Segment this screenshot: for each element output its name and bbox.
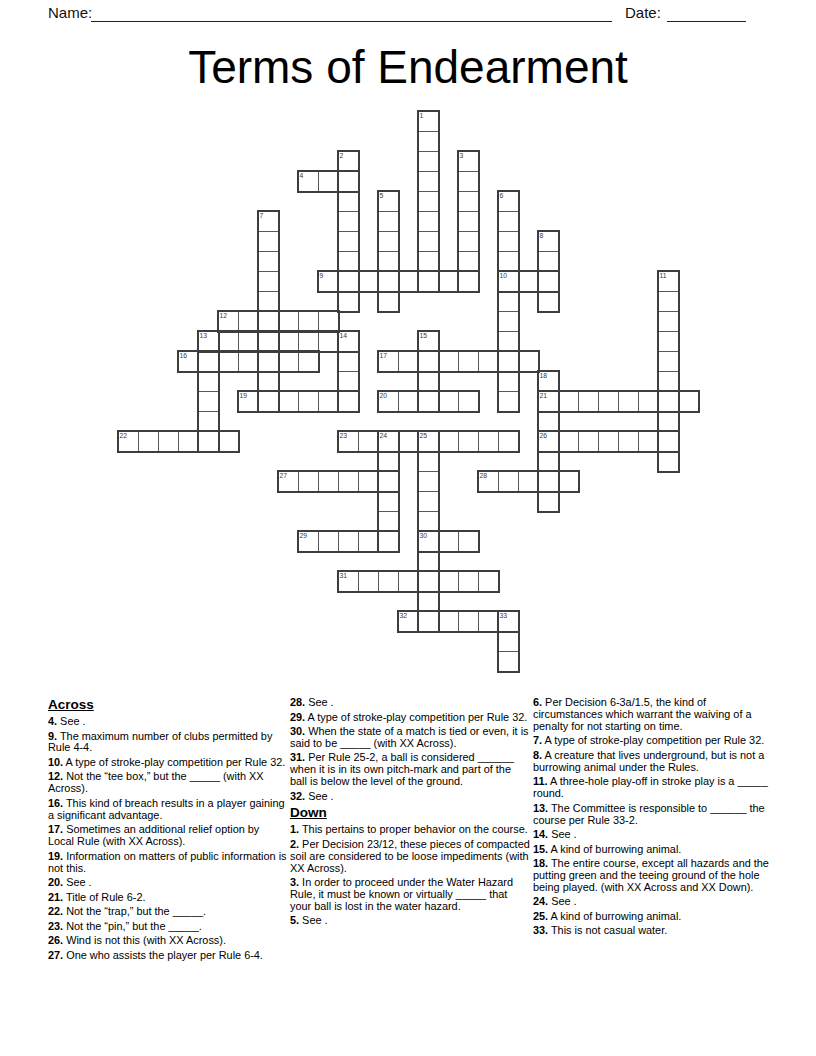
grid-cell-r3c11[interactable] bbox=[338, 171, 359, 192]
puzzle-title: Terms of Endearment bbox=[0, 40, 816, 94]
grid-cell-r18c20[interactable] bbox=[518, 471, 539, 492]
grid-cell-r13c27[interactable] bbox=[658, 371, 679, 392]
grid-cell-r23c17[interactable] bbox=[458, 571, 479, 592]
cell-number-19: 19 bbox=[240, 392, 248, 399]
grid-cell-r16c12[interactable] bbox=[358, 431, 379, 452]
grid-cell-r14c11[interactable] bbox=[338, 391, 359, 412]
grid-cell-r6c17[interactable] bbox=[458, 231, 479, 252]
grid-cell-r18c11[interactable] bbox=[338, 471, 359, 492]
cell-number-29: 29 bbox=[300, 532, 308, 539]
across-header: Across bbox=[48, 697, 288, 712]
grid-cell-r8c16[interactable] bbox=[438, 271, 459, 292]
clue-across-26: 26. Wind is not this (with XX Across). bbox=[48, 935, 288, 947]
grid-cell-r13c7[interactable] bbox=[258, 371, 279, 392]
grid-cell-r8c11[interactable] bbox=[338, 271, 359, 292]
grid-cell-r14c8[interactable] bbox=[278, 391, 299, 412]
clue-across-21: 21. Title of Rule 6-2. bbox=[48, 892, 288, 904]
grid-cell-r3c15[interactable] bbox=[418, 171, 439, 192]
cell-number-33: 33 bbox=[500, 612, 508, 619]
grid-cell-r16c16[interactable] bbox=[438, 431, 459, 452]
grid-cell-r11c19[interactable] bbox=[498, 331, 519, 352]
cell-number-15: 15 bbox=[420, 332, 428, 339]
grid-cell-r18c19[interactable] bbox=[498, 471, 519, 492]
clue-across-31: 31. Per Rule 25-2, a ball is considered … bbox=[290, 752, 530, 788]
clue-number: 6. bbox=[533, 696, 542, 708]
grid-cell-r12c16[interactable] bbox=[438, 351, 459, 372]
clue-across-29: 29. A type of stroke-play competition pe… bbox=[290, 712, 530, 724]
clue-across-9: 9. The maximum number of clubs permitted… bbox=[48, 731, 288, 755]
clue-across-4: 4. See . bbox=[48, 716, 288, 728]
grid-cell-r11c6[interactable] bbox=[238, 331, 259, 352]
grid-cell-r13c4[interactable] bbox=[198, 371, 219, 392]
grid-cell-r16c17[interactable] bbox=[458, 431, 479, 452]
grid-cell-r7c7[interactable] bbox=[258, 251, 279, 272]
clue-number: 25. bbox=[533, 910, 548, 922]
cell-number-9: 9 bbox=[320, 272, 324, 279]
cell-number-2: 2 bbox=[340, 152, 344, 159]
grid-cell-r18c12[interactable] bbox=[358, 471, 379, 492]
grid-cell-r15c27[interactable] bbox=[658, 411, 679, 432]
clue-number: 30. bbox=[290, 725, 305, 737]
clue-number: 33. bbox=[533, 924, 548, 936]
grid-cell-r16c1[interactable] bbox=[138, 431, 159, 452]
clues-column-left: Across4. See .9. The maximum number of c… bbox=[48, 697, 288, 964]
grid-cell-r7c11[interactable] bbox=[338, 251, 359, 272]
grid-cell-r14c28[interactable] bbox=[678, 391, 699, 412]
clue-number: 3. bbox=[290, 876, 299, 888]
crossword-grid: 1234567891011121314151617181920212223242… bbox=[118, 111, 701, 674]
cell-number-7: 7 bbox=[260, 212, 264, 219]
grid-cell-r27c19[interactable] bbox=[498, 651, 519, 672]
name-label: Name: bbox=[48, 4, 92, 21]
clue-number: 21. bbox=[48, 891, 63, 903]
cell-number-20: 20 bbox=[380, 392, 388, 399]
grid-cell-r14c27[interactable] bbox=[658, 391, 679, 412]
clue-down-24: 24. See . bbox=[533, 896, 773, 908]
grid-cell-r16c5[interactable] bbox=[218, 431, 239, 452]
clue-down-13: 13. The Committee is responsible to ____… bbox=[533, 803, 773, 827]
grid-cell-r12c17[interactable] bbox=[458, 351, 479, 372]
clue-down-18: 18. The entire course, except all hazard… bbox=[533, 858, 773, 894]
grid-cell-r18c21[interactable] bbox=[538, 471, 559, 492]
clues-column-middle: 28. See .29. A type of stroke-play compe… bbox=[290, 697, 530, 930]
clue-number: 17. bbox=[48, 823, 63, 835]
grid-cell-r18c22[interactable] bbox=[558, 471, 579, 492]
grid-cell-r14c15[interactable] bbox=[418, 391, 439, 412]
grid-cell-r12c11[interactable] bbox=[338, 351, 359, 372]
grid-cell-r20c15[interactable] bbox=[418, 511, 439, 532]
grid-cell-r19c15[interactable] bbox=[418, 491, 439, 512]
clue-across-10: 10. A type of stroke-play competition pe… bbox=[48, 757, 288, 769]
cell-number-6: 6 bbox=[500, 192, 504, 199]
cell-number-14: 14 bbox=[340, 332, 348, 339]
grid-cell-r3c10[interactable] bbox=[318, 171, 339, 192]
grid-cell-r18c9[interactable] bbox=[298, 471, 319, 492]
grid-cell-r10c19[interactable] bbox=[498, 311, 519, 332]
clue-down-25: 25. A kind of burrowing animal. bbox=[533, 911, 773, 923]
clue-number: 13. bbox=[533, 802, 548, 814]
grid-cell-r10c9[interactable] bbox=[298, 311, 319, 332]
grid-cell-r11c10[interactable] bbox=[318, 331, 339, 352]
grid-cell-r17c27[interactable] bbox=[658, 451, 679, 472]
grid-cell-r19c13[interactable] bbox=[378, 491, 399, 512]
grid-cell-r22c15[interactable] bbox=[418, 551, 439, 572]
grid-cell-r18c15[interactable] bbox=[418, 471, 439, 492]
clue-number: 2. bbox=[290, 838, 299, 850]
grid-cell-r14c26[interactable] bbox=[638, 391, 659, 412]
grid-cell-r13c15[interactable] bbox=[418, 371, 439, 392]
grid-cell-r9c7[interactable] bbox=[258, 291, 279, 312]
grid-cell-r14c9[interactable] bbox=[298, 391, 319, 412]
grid-cell-r5c17[interactable] bbox=[458, 211, 479, 232]
cell-number-13: 13 bbox=[200, 332, 208, 339]
clue-down-33: 33. This is not casual water. bbox=[533, 925, 773, 937]
grid-cell-r17c21[interactable] bbox=[538, 451, 559, 472]
cell-number-10: 10 bbox=[500, 272, 508, 279]
grid-cell-r10c8[interactable] bbox=[278, 311, 299, 332]
grid-cell-r23c18[interactable] bbox=[478, 571, 499, 592]
grid-cell-r25c16[interactable] bbox=[438, 611, 459, 632]
clue-down-1: 1. This pertains to proper behavior on t… bbox=[290, 824, 530, 836]
grid-cell-r11c7[interactable] bbox=[258, 331, 279, 352]
cell-number-26: 26 bbox=[540, 432, 548, 439]
grid-cell-r16c19[interactable] bbox=[498, 431, 519, 452]
down-header: Down bbox=[290, 805, 530, 820]
date-label: Date: bbox=[625, 4, 661, 21]
clue-number: 12. bbox=[48, 770, 63, 782]
grid-cell-r7c17[interactable] bbox=[458, 251, 479, 272]
date-blank-line[interactable] bbox=[667, 3, 746, 22]
grid-cell-r14c14[interactable] bbox=[398, 391, 419, 412]
grid-cell-r14c25[interactable] bbox=[618, 391, 639, 412]
grid-cell-r11c9[interactable] bbox=[298, 331, 319, 352]
grid-cell-r9c13[interactable] bbox=[378, 291, 399, 312]
grid-cell-r10c27[interactable] bbox=[658, 311, 679, 332]
grid-cell-r11c8[interactable] bbox=[278, 331, 299, 352]
grid-cell-r16c27[interactable] bbox=[658, 431, 679, 452]
clue-down-14: 14. See . bbox=[533, 829, 773, 841]
grid-cell-r8c21[interactable] bbox=[538, 271, 559, 292]
grid-cell-r3c17[interactable] bbox=[458, 171, 479, 192]
clues-column-right: 6. Per Decision 6-3a/1.5, the kind of ci… bbox=[533, 697, 773, 940]
cell-number-22: 22 bbox=[120, 432, 128, 439]
grid-cell-r16c14[interactable] bbox=[398, 431, 419, 452]
grid-cell-r14c16[interactable] bbox=[438, 391, 459, 412]
grid-cell-r12c20[interactable] bbox=[518, 351, 539, 372]
grid-cell-r16c25[interactable] bbox=[618, 431, 639, 452]
grid-cell-r14c24[interactable] bbox=[598, 391, 619, 412]
grid-cell-r18c10[interactable] bbox=[318, 471, 339, 492]
cell-number-27: 27 bbox=[280, 472, 288, 479]
grid-cell-r6c19[interactable] bbox=[498, 231, 519, 252]
grid-cell-r7c21[interactable] bbox=[538, 251, 559, 272]
grid-cell-r4c15[interactable] bbox=[418, 191, 439, 212]
clue-across-22: 22. Not the “trap,” but the _____. bbox=[48, 906, 288, 918]
clue-across-30: 30. When the state of a match is tied or… bbox=[290, 726, 530, 750]
grid-cell-r26c19[interactable] bbox=[498, 631, 519, 652]
grid-cell-r23c12[interactable] bbox=[358, 571, 379, 592]
grid-cell-r13c19[interactable] bbox=[498, 371, 519, 392]
clue-number: 26. bbox=[48, 934, 63, 946]
grid-cell-r12c5[interactable] bbox=[218, 351, 239, 372]
clue-down-8: 8. A creature that lives underground, bu… bbox=[533, 750, 773, 774]
grid-cell-r21c13[interactable] bbox=[378, 531, 399, 552]
clue-down-3: 3. In order to proceed under the Water H… bbox=[290, 877, 530, 913]
cell-number-5: 5 bbox=[380, 192, 384, 199]
grid-cell-r14c19[interactable] bbox=[498, 391, 519, 412]
grid-cell-r11c27[interactable] bbox=[658, 331, 679, 352]
grid-cell-r18c13[interactable] bbox=[378, 471, 399, 492]
cell-number-32: 32 bbox=[400, 612, 408, 619]
grid-cell-r2c15[interactable] bbox=[418, 151, 439, 172]
clue-number: 20. bbox=[48, 876, 63, 888]
clue-number: 8. bbox=[533, 749, 542, 761]
grid-cell-r16c3[interactable] bbox=[178, 431, 199, 452]
name-blank-line[interactable] bbox=[91, 3, 612, 22]
clue-number: 32. bbox=[290, 790, 305, 802]
grid-cell-r9c11[interactable] bbox=[338, 291, 359, 312]
grid-cell-r14c10[interactable] bbox=[318, 391, 339, 412]
grid-cell-r7c19[interactable] bbox=[498, 251, 519, 272]
grid-cell-r5c13[interactable] bbox=[378, 211, 399, 232]
clue-number: 4. bbox=[48, 715, 57, 727]
grid-cell-r14c22[interactable] bbox=[558, 391, 579, 412]
cell-number-16: 16 bbox=[180, 352, 188, 359]
grid-cell-r8c13[interactable] bbox=[378, 271, 399, 292]
grid-cell-r10c6[interactable] bbox=[238, 311, 259, 332]
clue-number: 5. bbox=[290, 914, 299, 926]
cell-number-24: 24 bbox=[380, 432, 388, 439]
grid-cell-r10c7[interactable] bbox=[258, 311, 279, 332]
grid-cell-r21c16[interactable] bbox=[438, 531, 459, 552]
grid-cell-r12c14[interactable] bbox=[398, 351, 419, 372]
cell-number-18: 18 bbox=[540, 372, 548, 379]
grid-cell-r4c17[interactable] bbox=[458, 191, 479, 212]
grid-cell-r12c19[interactable] bbox=[498, 351, 519, 372]
grid-cell-r19c21[interactable] bbox=[538, 491, 559, 512]
cell-number-1: 1 bbox=[420, 112, 424, 119]
grid-cell-r12c7[interactable] bbox=[258, 351, 279, 372]
grid-cell-r23c15[interactable] bbox=[418, 571, 439, 592]
cell-number-31: 31 bbox=[340, 572, 348, 579]
cell-number-28: 28 bbox=[480, 472, 488, 479]
grid-cell-r23c13[interactable] bbox=[378, 571, 399, 592]
grid-cell-r14c7[interactable] bbox=[258, 391, 279, 412]
grid-cell-r5c19[interactable] bbox=[498, 211, 519, 232]
grid-cell-r16c18[interactable] bbox=[478, 431, 499, 452]
grid-cell-r24c15[interactable] bbox=[418, 591, 439, 612]
grid-cell-r20c13[interactable] bbox=[378, 511, 399, 532]
worksheet-page: Name: Date: Terms of Endearment 12345678… bbox=[0, 0, 816, 1056]
grid-cell-r9c27[interactable] bbox=[658, 291, 679, 312]
clue-number: 31. bbox=[290, 751, 305, 763]
clue-number: 15. bbox=[533, 843, 548, 855]
grid-cell-r8c12[interactable] bbox=[358, 271, 379, 292]
clue-down-2: 2. Per Decision 23/12, these pieces of c… bbox=[290, 839, 530, 875]
grid-cell-r23c16[interactable] bbox=[438, 571, 459, 592]
grid-cell-r11c5[interactable] bbox=[218, 331, 239, 352]
cell-number-4: 4 bbox=[300, 172, 304, 179]
cell-number-12: 12 bbox=[220, 312, 228, 319]
clue-number: 10. bbox=[48, 756, 63, 768]
grid-cell-r16c4[interactable] bbox=[198, 431, 219, 452]
clue-across-28: 28. See . bbox=[290, 697, 530, 709]
clue-number: 28. bbox=[290, 696, 305, 708]
grid-cell-r12c4[interactable] bbox=[198, 351, 219, 372]
grid-cell-r17c15[interactable] bbox=[418, 451, 439, 472]
grid-cell-r14c17[interactable] bbox=[458, 391, 479, 412]
clue-down-5: 5. See . bbox=[290, 915, 530, 927]
grid-cell-r25c18[interactable] bbox=[478, 611, 499, 632]
clue-across-27: 27. One who assists the player per Rule … bbox=[48, 950, 288, 962]
grid-cell-r5c15[interactable] bbox=[418, 211, 439, 232]
grid-cell-r21c12[interactable] bbox=[358, 531, 379, 552]
clue-number: 24. bbox=[533, 895, 548, 907]
grid-cell-r12c15[interactable] bbox=[418, 351, 439, 372]
grid-cell-r25c15[interactable] bbox=[418, 611, 439, 632]
clue-number: 22. bbox=[48, 905, 63, 917]
grid-cell-r6c13[interactable] bbox=[378, 231, 399, 252]
cell-number-3: 3 bbox=[460, 152, 464, 159]
clue-across-16: 16. This kind of breach results in a pla… bbox=[48, 798, 288, 822]
grid-cell-r12c8[interactable] bbox=[278, 351, 299, 372]
grid-cell-r12c6[interactable] bbox=[238, 351, 259, 372]
cell-number-23: 23 bbox=[340, 432, 348, 439]
grid-cell-r6c15[interactable] bbox=[418, 231, 439, 252]
clue-number: 11. bbox=[533, 775, 548, 787]
grid-cell-r14c23[interactable] bbox=[578, 391, 599, 412]
clue-across-32: 32. See . bbox=[290, 791, 530, 803]
clue-number: 27. bbox=[48, 949, 63, 961]
cell-number-25: 25 bbox=[420, 432, 428, 439]
grid-cell-r12c18[interactable] bbox=[478, 351, 499, 372]
grid-cell-r12c27[interactable] bbox=[658, 351, 679, 372]
grid-cell-r8c15[interactable] bbox=[418, 271, 439, 292]
clue-number: 23. bbox=[48, 920, 63, 932]
grid-cell-r8c7[interactable] bbox=[258, 271, 279, 292]
grid-cell-r8c20[interactable] bbox=[518, 271, 539, 292]
clue-number: 16. bbox=[48, 797, 63, 809]
clue-number: 14. bbox=[533, 828, 548, 840]
clue-number: 18. bbox=[533, 857, 548, 869]
clue-down-6: 6. Per Decision 6-3a/1.5, the kind of ci… bbox=[533, 697, 773, 733]
cell-number-8: 8 bbox=[540, 232, 544, 239]
clue-number: 29. bbox=[290, 711, 305, 723]
grid-cell-r21c17[interactable] bbox=[458, 531, 479, 552]
clue-across-19: 19. Information on matters of public inf… bbox=[48, 851, 288, 875]
clue-down-15: 15. A kind of burrowing animal. bbox=[533, 844, 773, 856]
clue-across-17: 17. Sometimes an additional relief optio… bbox=[48, 824, 288, 848]
clue-number: 19. bbox=[48, 850, 63, 862]
clue-across-12: 12. Not the “tee box,” but the _____ (wi… bbox=[48, 771, 288, 795]
grid-cell-r6c11[interactable] bbox=[338, 231, 359, 252]
grid-cell-r8c14[interactable] bbox=[398, 271, 419, 292]
grid-cell-r16c26[interactable] bbox=[638, 431, 659, 452]
grid-cell-r9c19[interactable] bbox=[498, 291, 519, 312]
clue-number: 1. bbox=[290, 823, 299, 835]
grid-cell-r10c10[interactable] bbox=[318, 311, 339, 332]
clue-across-20: 20. See . bbox=[48, 877, 288, 889]
grid-cell-r1c15[interactable] bbox=[418, 131, 439, 152]
grid-cell-r16c24[interactable] bbox=[598, 431, 619, 452]
grid-cell-r25c17[interactable] bbox=[458, 611, 479, 632]
grid-cell-r15c21[interactable] bbox=[538, 411, 559, 432]
cell-number-17: 17 bbox=[380, 352, 388, 359]
grid-cell-r9c21[interactable] bbox=[538, 291, 559, 312]
grid-cell-r13c11[interactable] bbox=[338, 371, 359, 392]
grid-cell-r21c11[interactable] bbox=[338, 531, 359, 552]
grid-cell-r16c2[interactable] bbox=[158, 431, 179, 452]
cell-number-21: 21 bbox=[540, 392, 548, 399]
grid-cell-r15c4[interactable] bbox=[198, 411, 219, 432]
grid-cell-r12c9[interactable] bbox=[298, 351, 319, 372]
cell-number-11: 11 bbox=[660, 272, 667, 279]
clue-down-11: 11. A three-hole play-off in stroke play… bbox=[533, 776, 773, 800]
clue-number: 9. bbox=[48, 730, 57, 742]
grid-cell-r7c15[interactable] bbox=[418, 251, 439, 272]
grid-cell-r5c11[interactable] bbox=[338, 211, 359, 232]
grid-cell-r4c11[interactable] bbox=[338, 191, 359, 212]
grid-cell-r16c23[interactable] bbox=[578, 431, 599, 452]
grid-cell-r23c14[interactable] bbox=[398, 571, 419, 592]
grid-cell-r21c10[interactable] bbox=[318, 531, 339, 552]
grid-cell-r7c13[interactable] bbox=[378, 251, 399, 272]
grid-cell-r6c7[interactable] bbox=[258, 231, 279, 252]
clue-across-23: 23. Not the “pin,” but the _____. bbox=[48, 921, 288, 933]
clue-down-7: 7. A type of stroke-play competition per… bbox=[533, 735, 773, 747]
grid-cell-r16c22[interactable] bbox=[558, 431, 579, 452]
grid-cell-r8c17[interactable] bbox=[458, 271, 479, 292]
clue-number: 7. bbox=[533, 734, 542, 746]
grid-cell-r17c13[interactable] bbox=[378, 451, 399, 472]
cell-number-30: 30 bbox=[420, 532, 428, 539]
